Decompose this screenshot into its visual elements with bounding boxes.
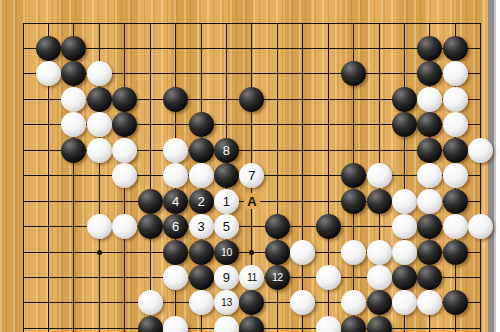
white-stone: 9 bbox=[214, 265, 239, 290]
white-stone bbox=[189, 290, 214, 315]
black-stone bbox=[367, 290, 392, 315]
board-grid-line-vertical bbox=[480, 23, 481, 332]
board-grid-line-vertical bbox=[23, 23, 24, 332]
white-stone bbox=[163, 265, 188, 290]
black-stone bbox=[443, 189, 468, 214]
board-grid-line-vertical bbox=[150, 23, 151, 332]
stone-move-number: 5 bbox=[214, 214, 239, 239]
black-stone bbox=[443, 36, 468, 61]
black-stone bbox=[367, 316, 392, 332]
black-stone bbox=[87, 87, 112, 112]
black-stone bbox=[443, 138, 468, 163]
white-stone: 5 bbox=[214, 214, 239, 239]
white-stone: 13 bbox=[214, 290, 239, 315]
board-grid-line-horizontal bbox=[23, 23, 482, 24]
black-stone bbox=[138, 214, 163, 239]
black-stone bbox=[443, 290, 468, 315]
white-stone bbox=[341, 240, 366, 265]
black-stone bbox=[138, 189, 163, 214]
black-stone: 6 bbox=[163, 214, 188, 239]
stone-move-number: 2 bbox=[189, 189, 214, 214]
stone-move-number: 3 bbox=[189, 214, 214, 239]
white-stone bbox=[112, 138, 137, 163]
white-stone bbox=[468, 138, 493, 163]
white-stone bbox=[87, 138, 112, 163]
white-stone bbox=[367, 163, 392, 188]
board-grid-line-horizontal bbox=[23, 48, 482, 49]
stone-move-number: 4 bbox=[163, 189, 188, 214]
black-stone bbox=[316, 214, 341, 239]
white-stone bbox=[392, 240, 417, 265]
black-stone: 12 bbox=[265, 265, 290, 290]
stone-move-number: 13 bbox=[214, 290, 239, 315]
go-diagram: 87421635109111213A bbox=[0, 0, 500, 332]
board-grid-line-vertical bbox=[302, 23, 303, 332]
white-stone bbox=[290, 240, 315, 265]
white-stone bbox=[87, 112, 112, 137]
black-stone bbox=[392, 265, 417, 290]
white-stone bbox=[163, 138, 188, 163]
black-stone: 2 bbox=[189, 189, 214, 214]
stone-move-number: 6 bbox=[163, 214, 188, 239]
white-stone bbox=[87, 214, 112, 239]
star-point bbox=[249, 250, 254, 255]
white-stone bbox=[392, 214, 417, 239]
white-stone: 1 bbox=[214, 189, 239, 214]
white-stone: 3 bbox=[189, 214, 214, 239]
stone-move-number: 1 bbox=[214, 189, 239, 214]
white-stone bbox=[443, 112, 468, 137]
white-stone bbox=[189, 163, 214, 188]
black-stone bbox=[214, 163, 239, 188]
black-stone: 8 bbox=[214, 138, 239, 163]
black-stone: 4 bbox=[163, 189, 188, 214]
stone-move-number: 12 bbox=[265, 265, 290, 290]
black-stone: 10 bbox=[214, 240, 239, 265]
stone-move-number: 11 bbox=[239, 265, 264, 290]
stone-move-number: 7 bbox=[239, 163, 264, 188]
white-stone bbox=[443, 214, 468, 239]
white-stone bbox=[417, 189, 442, 214]
black-stone bbox=[189, 138, 214, 163]
black-stone bbox=[36, 36, 61, 61]
white-stone bbox=[367, 265, 392, 290]
black-stone bbox=[163, 240, 188, 265]
white-stone bbox=[367, 240, 392, 265]
black-stone bbox=[417, 240, 442, 265]
white-stone bbox=[443, 163, 468, 188]
stone-move-number: 10 bbox=[214, 240, 239, 265]
black-stone bbox=[265, 240, 290, 265]
board-edge-shadow bbox=[488, 0, 496, 332]
black-stone bbox=[417, 138, 442, 163]
black-stone bbox=[367, 189, 392, 214]
black-stone bbox=[112, 87, 137, 112]
black-stone bbox=[189, 240, 214, 265]
black-stone bbox=[341, 189, 366, 214]
white-stone: 11 bbox=[239, 265, 264, 290]
star-point bbox=[97, 250, 102, 255]
black-stone bbox=[265, 214, 290, 239]
black-stone bbox=[163, 87, 188, 112]
white-stone bbox=[443, 87, 468, 112]
black-stone bbox=[443, 240, 468, 265]
stone-move-number: 8 bbox=[214, 138, 239, 163]
black-stone bbox=[189, 265, 214, 290]
white-stone bbox=[138, 290, 163, 315]
white-stone: 7 bbox=[239, 163, 264, 188]
black-stone bbox=[61, 138, 86, 163]
stone-move-number: 9 bbox=[214, 265, 239, 290]
black-stone bbox=[392, 87, 417, 112]
white-stone bbox=[392, 189, 417, 214]
point-label-A: A bbox=[244, 193, 260, 209]
black-stone bbox=[189, 112, 214, 137]
white-stone bbox=[316, 265, 341, 290]
